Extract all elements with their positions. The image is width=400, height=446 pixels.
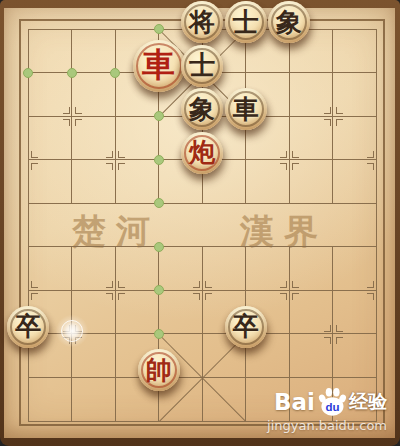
point-marker xyxy=(367,151,374,158)
piece-glyph: 炮 xyxy=(189,135,215,170)
point-marker xyxy=(336,119,343,126)
move-hint-dot[interactable] xyxy=(154,198,164,208)
point-marker xyxy=(31,293,38,300)
point-marker xyxy=(75,119,82,126)
river-label-left: 楚河 xyxy=(72,209,160,255)
point-marker xyxy=(367,281,374,288)
point-marker xyxy=(205,281,212,288)
grid-hline xyxy=(28,290,377,291)
point-marker xyxy=(292,293,299,300)
point-marker xyxy=(367,163,374,170)
piece-glyph: 卒 xyxy=(233,309,259,344)
point-marker xyxy=(106,281,113,288)
piece-black-士[interactable]: 士 xyxy=(225,1,267,43)
move-hint-dot[interactable] xyxy=(154,329,164,339)
piece-black-象[interactable]: 象 xyxy=(268,1,310,43)
grid-vline-bottom xyxy=(71,247,72,422)
piece-glyph: 士 xyxy=(233,5,259,40)
move-hint-dot[interactable] xyxy=(154,285,164,295)
grid-hline xyxy=(28,333,377,334)
grid-vline-top xyxy=(115,29,116,204)
point-marker xyxy=(106,293,113,300)
piece-glyph: 卒 xyxy=(15,309,41,344)
move-hint-dot[interactable] xyxy=(67,68,77,78)
piece-black-車[interactable]: 車 xyxy=(225,88,267,130)
piece-glyph: 将 xyxy=(189,5,215,40)
point-marker xyxy=(31,163,38,170)
piece-glyph: 士 xyxy=(189,48,215,83)
piece-red-帥[interactable]: 帥 xyxy=(138,349,180,391)
grid-vline-bottom xyxy=(115,247,116,422)
grid-hline xyxy=(28,203,377,204)
piece-glyph: 車 xyxy=(233,92,259,127)
point-marker xyxy=(75,325,82,332)
point-marker xyxy=(280,281,287,288)
xiangqi-game-screen: 楚河 漢界 将士象車士象車炮卒卒帥 Bai du 经验 jing xyxy=(0,0,400,446)
point-marker xyxy=(280,151,287,158)
piece-black-象[interactable]: 象 xyxy=(181,88,223,130)
point-marker xyxy=(63,325,70,332)
move-hint-dot[interactable] xyxy=(23,68,33,78)
jingyan-brand-text: 经验 xyxy=(349,389,387,415)
point-marker xyxy=(324,337,331,344)
point-marker xyxy=(324,107,331,114)
piece-glyph: 象 xyxy=(276,5,302,40)
point-marker xyxy=(367,293,374,300)
baidu-brand-row: Bai du 经验 xyxy=(267,387,387,417)
baidu-brand-text: Bai xyxy=(274,389,315,415)
point-marker xyxy=(336,337,343,344)
piece-black-卒[interactable]: 卒 xyxy=(225,306,267,348)
move-hint-dot[interactable] xyxy=(154,155,164,165)
point-marker xyxy=(280,293,287,300)
point-marker xyxy=(280,163,287,170)
piece-red-車[interactable]: 車 xyxy=(133,40,185,92)
point-marker xyxy=(292,163,299,170)
point-marker xyxy=(75,337,82,344)
move-hint-dot[interactable] xyxy=(154,242,164,252)
grid-vline-top xyxy=(71,29,72,204)
piece-black-将[interactable]: 将 xyxy=(181,1,223,43)
point-marker xyxy=(118,151,125,158)
grid-vline-bottom xyxy=(202,247,203,422)
grid-vline xyxy=(28,29,29,422)
point-marker xyxy=(292,281,299,288)
point-marker xyxy=(292,151,299,158)
xiangqi-board[interactable]: 楚河 漢界 将士象車士象車炮卒卒帥 xyxy=(28,29,376,421)
move-hint-dot[interactable] xyxy=(154,111,164,121)
point-marker xyxy=(118,163,125,170)
point-marker xyxy=(324,119,331,126)
piece-black-士[interactable]: 士 xyxy=(181,45,223,87)
piece-red-炮[interactable]: 炮 xyxy=(181,132,223,174)
move-hint-dot[interactable] xyxy=(154,24,164,34)
grid-vline-top xyxy=(289,29,290,204)
piece-glyph: 車 xyxy=(142,43,175,88)
point-marker xyxy=(106,151,113,158)
point-marker xyxy=(336,325,343,332)
point-marker xyxy=(118,281,125,288)
point-marker xyxy=(324,325,331,332)
piece-glyph: 象 xyxy=(189,92,215,127)
river-label-right: 漢界 xyxy=(240,209,328,255)
point-marker xyxy=(63,119,70,126)
point-marker xyxy=(106,163,113,170)
point-marker xyxy=(31,281,38,288)
paw-du-text: du xyxy=(325,401,339,413)
baidu-watermark: Bai du 经验 jingyan.baidu.com xyxy=(267,387,387,433)
piece-black-卒[interactable]: 卒 xyxy=(7,306,49,348)
baidu-paw-icon: du xyxy=(316,387,348,417)
point-marker xyxy=(336,107,343,114)
point-marker xyxy=(118,293,125,300)
point-marker xyxy=(75,107,82,114)
move-hint-dot[interactable] xyxy=(110,68,120,78)
grid-vline-top xyxy=(332,29,333,204)
point-marker xyxy=(193,293,200,300)
piece-glyph: 帥 xyxy=(146,353,172,388)
point-marker xyxy=(205,293,212,300)
point-marker xyxy=(193,281,200,288)
grid-hline xyxy=(28,246,377,247)
point-marker xyxy=(63,107,70,114)
watermark-url: jingyan.baidu.com xyxy=(267,418,387,433)
board-wood-surface: 楚河 漢界 将士象車士象車炮卒卒帥 Bai du 经验 jing xyxy=(4,8,395,438)
point-marker xyxy=(63,337,70,344)
point-marker xyxy=(31,151,38,158)
grid-vline xyxy=(376,29,377,422)
